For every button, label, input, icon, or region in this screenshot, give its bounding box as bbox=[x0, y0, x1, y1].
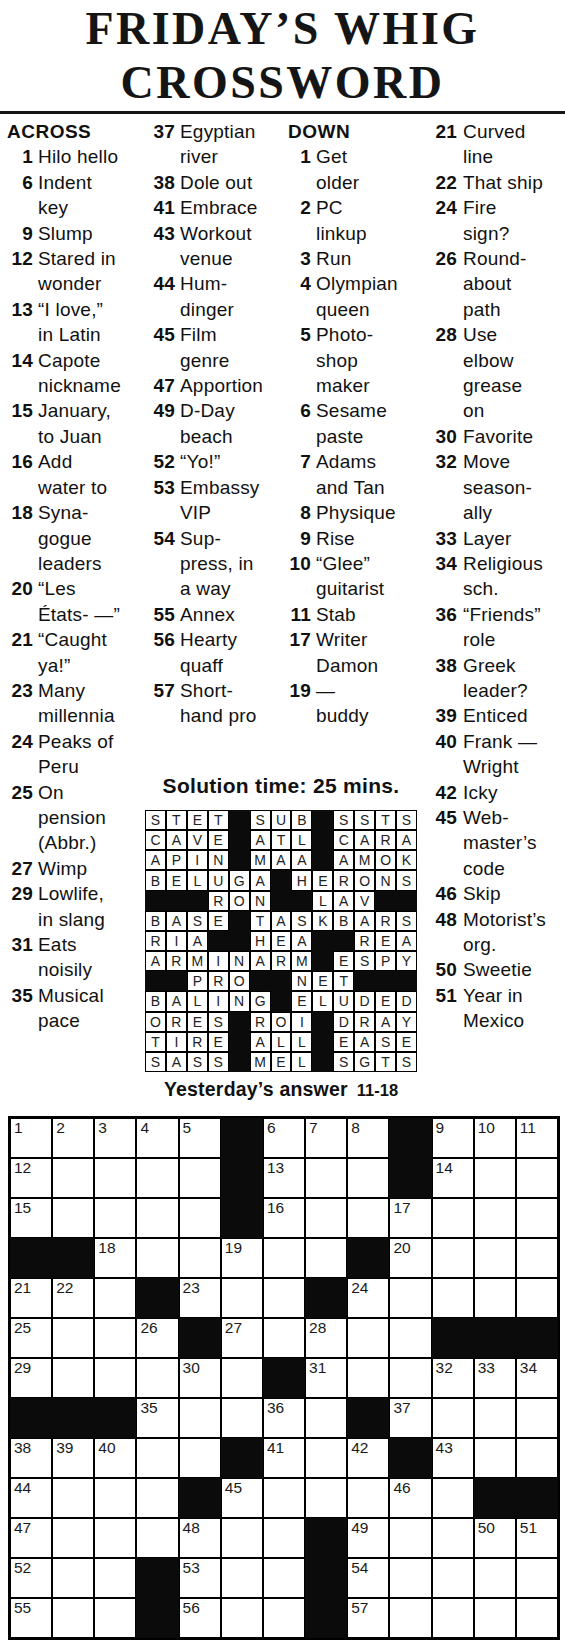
cell-number: 24 bbox=[351, 1280, 368, 1296]
puzzle-cell-r4c6[interactable]: 19 bbox=[221, 1238, 263, 1278]
puzzle-cell-r3c8[interactable] bbox=[305, 1198, 347, 1238]
solution-cell-r4c2: E bbox=[166, 870, 187, 890]
cell-number: 38 bbox=[14, 1440, 31, 1456]
clue-text: Favorite bbox=[463, 424, 564, 449]
puzzle-black-cell bbox=[221, 1438, 263, 1478]
cell-number: 23 bbox=[183, 1280, 200, 1296]
puzzle-black-cell bbox=[221, 1198, 263, 1238]
clue-across-16: 16Add water to bbox=[4, 449, 145, 500]
puzzle-cell-r10c2[interactable] bbox=[52, 1478, 94, 1518]
solution-cell-r11c6: R bbox=[250, 1012, 271, 1032]
solution-black-cell bbox=[271, 971, 292, 991]
cell-number: 33 bbox=[478, 1360, 495, 1376]
solution-cell-r11c1: O bbox=[145, 1012, 166, 1032]
puzzle-cell-r4c4[interactable] bbox=[136, 1238, 178, 1278]
solution-cell-r9c5: O bbox=[229, 971, 250, 991]
puzzle-black-cell bbox=[305, 1518, 347, 1558]
solution-black-cell bbox=[333, 931, 354, 951]
clue-number: 57 bbox=[146, 678, 180, 703]
clue-text: Add water to bbox=[38, 449, 145, 500]
clue-text: “Les États- —” bbox=[38, 576, 145, 627]
puzzle-black-cell bbox=[52, 1398, 94, 1438]
clue-down-32: 32Move season- ally bbox=[421, 449, 564, 525]
solution-cell-r3c6: M bbox=[250, 850, 271, 870]
puzzle-cell-r6c6[interactable]: 27 bbox=[221, 1318, 263, 1358]
puzzle-cell-r3c4[interactable] bbox=[136, 1198, 178, 1238]
cell-number: 14 bbox=[436, 1160, 453, 1176]
puzzle-cell-r10c4[interactable] bbox=[136, 1478, 178, 1518]
clue-number: 44 bbox=[146, 271, 180, 296]
puzzle-cell-r5c12[interactable] bbox=[474, 1278, 516, 1318]
cell-number: 41 bbox=[267, 1440, 284, 1456]
puzzle-cell-r13c13[interactable] bbox=[516, 1598, 558, 1638]
solution-black-cell bbox=[208, 931, 229, 951]
puzzle-cell-r1c2[interactable]: 2 bbox=[52, 1118, 94, 1158]
puzzle-cell-r1c12[interactable]: 10 bbox=[474, 1118, 516, 1158]
clue-number: 47 bbox=[146, 373, 180, 398]
clue-number: 6 bbox=[4, 170, 38, 195]
puzzle-cell-r9c5[interactable] bbox=[179, 1438, 221, 1478]
puzzle-cell-r1c3[interactable]: 3 bbox=[94, 1118, 136, 1158]
puzzle-cell-r10c7[interactable] bbox=[263, 1478, 305, 1518]
clue-across-57: 57Short- hand pro bbox=[146, 678, 279, 729]
puzzle-cell-r11c9[interactable]: 49 bbox=[347, 1518, 389, 1558]
puzzle-cell-r6c2[interactable] bbox=[52, 1318, 94, 1358]
puzzle-cell-r8c12[interactable] bbox=[474, 1398, 516, 1438]
puzzle-cell-r10c3[interactable] bbox=[94, 1478, 136, 1518]
solution-cell-r13c2: A bbox=[166, 1052, 187, 1072]
puzzle-cell-r10c11[interactable] bbox=[432, 1478, 474, 1518]
puzzle-cell-r3c11[interactable] bbox=[432, 1198, 474, 1238]
puzzle-cell-r12c2[interactable] bbox=[52, 1558, 94, 1598]
cell-number: 55 bbox=[14, 1600, 31, 1616]
solution-cell-r10c3: L bbox=[187, 991, 208, 1011]
puzzle-cell-r8c8[interactable] bbox=[305, 1398, 347, 1438]
solution-cell-r5c4: R bbox=[208, 891, 229, 911]
solution-cell-r4c4: U bbox=[208, 870, 229, 890]
solution-cell-r7c2: I bbox=[166, 931, 187, 951]
cell-number: 16 bbox=[267, 1200, 284, 1216]
puzzle-cell-r12c12[interactable] bbox=[474, 1558, 516, 1598]
solution-black-cell bbox=[312, 850, 333, 870]
clue-text: — buddy bbox=[316, 678, 420, 729]
cell-number: 32 bbox=[436, 1360, 453, 1376]
solution-cell-r4c5: G bbox=[229, 870, 250, 890]
clue-number: 40 bbox=[421, 729, 463, 754]
solution-cell-r8c5: N bbox=[229, 951, 250, 971]
clue-text: Motorist’s org. bbox=[463, 907, 564, 958]
solution-black-cell bbox=[229, 810, 250, 830]
puzzle-cell-r2c7[interactable]: 13 bbox=[263, 1158, 305, 1198]
puzzle-black-cell bbox=[516, 1318, 558, 1358]
clue-down-3: 3Run bbox=[280, 246, 420, 271]
puzzle-cell-r6c10[interactable] bbox=[389, 1318, 431, 1358]
puzzle-cell-r12c9[interactable]: 54 bbox=[347, 1558, 389, 1598]
puzzle-cell-r2c1[interactable]: 12 bbox=[10, 1158, 52, 1198]
puzzle-cell-r3c10[interactable]: 17 bbox=[389, 1198, 431, 1238]
puzzle-cell-r3c3[interactable] bbox=[94, 1198, 136, 1238]
clue-text: “Friends” role bbox=[463, 602, 564, 653]
cell-number: 49 bbox=[351, 1520, 368, 1536]
cell-number: 53 bbox=[183, 1560, 200, 1576]
puzzle-cell-r3c13[interactable] bbox=[516, 1198, 558, 1238]
puzzle-cell-r13c11[interactable] bbox=[432, 1598, 474, 1638]
puzzle-cell-r11c1[interactable]: 47 bbox=[10, 1518, 52, 1558]
puzzle-cell-r8c10[interactable]: 37 bbox=[389, 1398, 431, 1438]
puzzle-cell-r3c5[interactable] bbox=[179, 1198, 221, 1238]
puzzle-cell-r4c11[interactable] bbox=[432, 1238, 474, 1278]
clue-number: 6 bbox=[280, 398, 316, 423]
solution-cell-r1c8: B bbox=[291, 810, 312, 830]
puzzle-cell-r8c11[interactable] bbox=[432, 1398, 474, 1438]
puzzle-cell-r8c7[interactable]: 36 bbox=[263, 1398, 305, 1438]
solution-cell-r7c8: A bbox=[291, 931, 312, 951]
puzzle-cell-r1c8[interactable]: 7 bbox=[305, 1118, 347, 1158]
puzzle-cell-r2c12[interactable] bbox=[474, 1158, 516, 1198]
puzzle-cell-r1c5[interactable]: 5 bbox=[179, 1118, 221, 1158]
cell-number: 45 bbox=[225, 1480, 242, 1496]
puzzle-cell-r8c4[interactable]: 35 bbox=[136, 1398, 178, 1438]
puzzle-cell-r5c13[interactable] bbox=[516, 1278, 558, 1318]
puzzle-cell-r10c10[interactable]: 46 bbox=[389, 1478, 431, 1518]
puzzle-cell-r4c3[interactable]: 18 bbox=[94, 1238, 136, 1278]
solution-cell-r8c11: S bbox=[354, 951, 375, 971]
puzzle-cell-r4c13[interactable] bbox=[516, 1238, 558, 1278]
puzzle-cell-r9c12[interactable] bbox=[474, 1438, 516, 1478]
puzzle-cell-r4c10[interactable]: 20 bbox=[389, 1238, 431, 1278]
clue-across-41: 41Embrace bbox=[146, 195, 279, 220]
puzzle-cell-r9c1[interactable]: 38 bbox=[10, 1438, 52, 1478]
puzzle-cell-r9c4[interactable] bbox=[136, 1438, 178, 1478]
clue-down-2: 2PC linkup bbox=[280, 195, 420, 246]
clue-text: Hilo hello bbox=[38, 144, 145, 169]
cell-number: 22 bbox=[56, 1280, 73, 1296]
puzzle-cell-r5c2[interactable]: 22 bbox=[52, 1278, 94, 1318]
puzzle-cell-r13c6[interactable] bbox=[221, 1598, 263, 1638]
puzzle-cell-r8c5[interactable] bbox=[179, 1398, 221, 1438]
puzzle-cell-r11c2[interactable] bbox=[52, 1518, 94, 1558]
solution-cell-r10c8: E bbox=[291, 991, 312, 1011]
puzzle-cell-r5c9[interactable]: 24 bbox=[347, 1278, 389, 1318]
puzzle-cell-r11c11[interactable] bbox=[432, 1518, 474, 1558]
clue-text: Dole out bbox=[180, 170, 279, 195]
puzzle-cell-r7c4[interactable] bbox=[136, 1358, 178, 1398]
puzzle-black-cell bbox=[52, 1238, 94, 1278]
puzzle-cell-r2c11[interactable]: 14 bbox=[432, 1158, 474, 1198]
puzzle-cell-r3c1[interactable]: 15 bbox=[10, 1198, 52, 1238]
puzzle-cell-r12c5[interactable]: 53 bbox=[179, 1558, 221, 1598]
puzzle-cell-r13c2[interactable] bbox=[52, 1598, 94, 1638]
clue-down-1: 1Get older bbox=[280, 144, 420, 195]
puzzle-cell-r13c9[interactable]: 57 bbox=[347, 1598, 389, 1638]
solution-cell-r5c10: A bbox=[333, 891, 354, 911]
solution-cell-r9c9: E bbox=[312, 971, 333, 991]
solution-cell-r12c7: L bbox=[271, 1032, 292, 1052]
solution-cell-r2c3: V bbox=[187, 830, 208, 850]
solution-cell-r11c3: E bbox=[187, 1012, 208, 1032]
puzzle-cell-r1c7[interactable]: 6 bbox=[263, 1118, 305, 1158]
solution-cell-r3c3: I bbox=[187, 850, 208, 870]
clue-text: Embassy VIP bbox=[180, 475, 279, 526]
puzzle-black-cell bbox=[221, 1158, 263, 1198]
solution-cell-r4c3: L bbox=[187, 870, 208, 890]
puzzle-cell-r11c12[interactable]: 50 bbox=[474, 1518, 516, 1558]
solution-cell-r1c3: E bbox=[187, 810, 208, 830]
puzzle-cell-r7c11[interactable]: 32 bbox=[432, 1358, 474, 1398]
clue-number: 30 bbox=[421, 424, 463, 449]
clue-number: 20 bbox=[4, 576, 38, 601]
puzzle-cell-r12c11[interactable] bbox=[432, 1558, 474, 1598]
puzzle-cell-r2c5[interactable] bbox=[179, 1158, 221, 1198]
puzzle-cell-r4c7[interactable] bbox=[263, 1238, 305, 1278]
solution-black-cell bbox=[396, 971, 417, 991]
clue-across-15: 15January, to Juan bbox=[4, 398, 145, 449]
puzzle-cell-r7c12[interactable]: 33 bbox=[474, 1358, 516, 1398]
cell-number: 6 bbox=[267, 1120, 276, 1136]
puzzle-cell-r8c6[interactable] bbox=[221, 1398, 263, 1438]
puzzle-cell-r3c2[interactable] bbox=[52, 1198, 94, 1238]
solution-cell-r9c8: N bbox=[291, 971, 312, 991]
clue-number: 54 bbox=[146, 526, 180, 551]
clue-text: Lowlife, in slang bbox=[38, 881, 145, 932]
solution-black-cell bbox=[396, 891, 417, 911]
puzzle-cell-r10c9[interactable] bbox=[347, 1478, 389, 1518]
puzzle-cell-r7c10[interactable] bbox=[389, 1358, 431, 1398]
puzzle-cell-r7c9[interactable] bbox=[347, 1358, 389, 1398]
puzzle-cell-r6c4[interactable]: 26 bbox=[136, 1318, 178, 1358]
puzzle-cell-r12c3[interactable] bbox=[94, 1558, 136, 1598]
clue-down-22: 22That ship bbox=[421, 170, 564, 195]
clue-number: 51 bbox=[421, 983, 463, 1008]
puzzle-cell-r12c7[interactable] bbox=[263, 1558, 305, 1598]
cell-number: 40 bbox=[98, 1440, 115, 1456]
clue-number: 46 bbox=[421, 881, 463, 906]
puzzle-cell-r2c2[interactable] bbox=[52, 1158, 94, 1198]
clue-down-34: 34Religious sch. bbox=[421, 551, 564, 602]
puzzle-cell-r5c3[interactable] bbox=[94, 1278, 136, 1318]
puzzle-cell-r2c4[interactable] bbox=[136, 1158, 178, 1198]
puzzle-cell-r13c12[interactable] bbox=[474, 1598, 516, 1638]
puzzle-cell-r6c3[interactable] bbox=[94, 1318, 136, 1358]
cell-number: 3 bbox=[98, 1120, 107, 1136]
puzzle-cell-r12c10[interactable] bbox=[389, 1558, 431, 1598]
puzzle-cell-r4c5[interactable] bbox=[179, 1238, 221, 1278]
puzzle-cell-r11c5[interactable]: 48 bbox=[179, 1518, 221, 1558]
solution-black-cell bbox=[229, 911, 250, 931]
puzzle-cell-r9c13[interactable] bbox=[516, 1438, 558, 1478]
puzzle-cell-r7c1[interactable]: 29 bbox=[10, 1358, 52, 1398]
puzzle-cell-r11c13[interactable]: 51 bbox=[516, 1518, 558, 1558]
solution-cell-r2c6: A bbox=[250, 830, 271, 850]
solution-cell-r3c4: N bbox=[208, 850, 229, 870]
solution-cell-r5c9: L bbox=[312, 891, 333, 911]
puzzle-cell-r11c3[interactable] bbox=[94, 1518, 136, 1558]
puzzle-cell-r9c8[interactable] bbox=[305, 1438, 347, 1478]
puzzle-cell-r13c7[interactable] bbox=[263, 1598, 305, 1638]
puzzle-cell-r12c13[interactable] bbox=[516, 1558, 558, 1598]
cell-number: 21 bbox=[14, 1280, 31, 1296]
solution-cell-r4c1: B bbox=[145, 870, 166, 890]
puzzle-cell-r7c2[interactable] bbox=[52, 1358, 94, 1398]
clue-text: Musical pace bbox=[38, 983, 145, 1034]
clue-down-24: 24Fire sign? bbox=[421, 195, 564, 246]
clue-number: 42 bbox=[421, 780, 463, 805]
puzzle-cell-r13c1[interactable]: 55 bbox=[10, 1598, 52, 1638]
clue-text: Round- about path bbox=[463, 246, 564, 322]
clue-text: Capote nickname bbox=[38, 348, 145, 399]
clue-across-43: 43Workout venue bbox=[146, 221, 279, 272]
clue-down-9: 9Rise bbox=[280, 526, 420, 551]
puzzle-cell-r11c10[interactable] bbox=[389, 1518, 431, 1558]
puzzle-black-cell bbox=[136, 1278, 178, 1318]
clue-text: Use elbow grease on bbox=[463, 322, 564, 424]
puzzle-cell-r13c3[interactable] bbox=[94, 1598, 136, 1638]
puzzle-cell-r5c1[interactable]: 21 bbox=[10, 1278, 52, 1318]
puzzle-cell-r2c3[interactable] bbox=[94, 1158, 136, 1198]
puzzle-cell-r6c8[interactable]: 28 bbox=[305, 1318, 347, 1358]
clue-number: 37 bbox=[146, 119, 180, 144]
puzzle-black-cell bbox=[305, 1558, 347, 1598]
puzzle-cell-r1c11[interactable]: 9 bbox=[432, 1118, 474, 1158]
puzzle-cell-r9c3[interactable]: 40 bbox=[94, 1438, 136, 1478]
puzzle-cell-r12c1[interactable]: 52 bbox=[10, 1558, 52, 1598]
puzzle-cell-r9c7[interactable]: 41 bbox=[263, 1438, 305, 1478]
puzzle-cell-r13c5[interactable]: 56 bbox=[179, 1598, 221, 1638]
clue-number: 22 bbox=[421, 170, 463, 195]
solution-black-cell bbox=[354, 971, 375, 991]
puzzle-black-cell bbox=[263, 1358, 305, 1398]
puzzle-cell-r4c8[interactable] bbox=[305, 1238, 347, 1278]
solution-black-cell bbox=[250, 971, 271, 991]
clue-down-50: 50Sweetie bbox=[421, 957, 564, 982]
puzzle-cell-r11c4[interactable] bbox=[136, 1518, 178, 1558]
clue-text: Workout venue bbox=[180, 221, 279, 272]
solution-cell-r6c6: T bbox=[250, 911, 271, 931]
puzzle-cell-r7c6[interactable] bbox=[221, 1358, 263, 1398]
solution-cell-r13c11: G bbox=[354, 1052, 375, 1072]
puzzle-cell-r4c12[interactable] bbox=[474, 1238, 516, 1278]
puzzle-cell-r1c1[interactable]: 1 bbox=[10, 1118, 52, 1158]
solution-black-cell bbox=[312, 830, 333, 850]
puzzle-cell-r11c6[interactable] bbox=[221, 1518, 263, 1558]
puzzle-cell-r1c13[interactable]: 11 bbox=[516, 1118, 558, 1158]
clue-text: Get older bbox=[316, 144, 420, 195]
cell-number: 27 bbox=[225, 1320, 242, 1336]
puzzle-cell-r7c3[interactable] bbox=[94, 1358, 136, 1398]
puzzle-cell-r2c9[interactable] bbox=[347, 1158, 389, 1198]
puzzle-cell-r5c7[interactable] bbox=[263, 1278, 305, 1318]
puzzle-cell-r1c9[interactable]: 8 bbox=[347, 1118, 389, 1158]
puzzle-cell-r2c13[interactable] bbox=[516, 1158, 558, 1198]
puzzle-cell-r6c1[interactable]: 25 bbox=[10, 1318, 52, 1358]
clue-across-37: 37Egyptian river bbox=[146, 119, 279, 170]
solution-black-cell bbox=[166, 891, 187, 911]
page-title: FRIDAY’S WHIG CROSSWORD bbox=[0, 2, 565, 110]
puzzle-cell-r1c4[interactable]: 4 bbox=[136, 1118, 178, 1158]
puzzle-cell-r10c8[interactable] bbox=[305, 1478, 347, 1518]
cell-number: 25 bbox=[14, 1320, 31, 1336]
puzzle-cell-r9c2[interactable]: 39 bbox=[52, 1438, 94, 1478]
down-header: DOWN bbox=[280, 119, 420, 144]
puzzle-cell-r5c6[interactable] bbox=[221, 1278, 263, 1318]
solution-cell-r3c1: A bbox=[145, 850, 166, 870]
clue-down-17: 17Writer Damon bbox=[280, 627, 420, 678]
solution-cell-r12c11: A bbox=[354, 1032, 375, 1052]
puzzle-cell-r3c12[interactable] bbox=[474, 1198, 516, 1238]
puzzle-cell-r7c13[interactable]: 34 bbox=[516, 1358, 558, 1398]
clue-text: Enticed bbox=[463, 703, 564, 728]
puzzle-cell-r2c8[interactable] bbox=[305, 1158, 347, 1198]
puzzle-cell-r9c11[interactable]: 43 bbox=[432, 1438, 474, 1478]
clue-text: Adams and Tan bbox=[316, 449, 420, 500]
solution-black-cell bbox=[229, 1012, 250, 1032]
clue-text: Icky bbox=[463, 780, 564, 805]
clue-text: Photo- shop maker bbox=[316, 322, 420, 398]
cell-number: 17 bbox=[393, 1200, 410, 1216]
across-header: ACROSS bbox=[4, 119, 145, 144]
puzzle-cell-r3c9[interactable] bbox=[347, 1198, 389, 1238]
solution-cell-r5c5: O bbox=[229, 891, 250, 911]
solution-black-cell bbox=[312, 1052, 333, 1072]
clue-text: Physique bbox=[316, 500, 420, 525]
clue-across-25: 25On pension (Abbr.) bbox=[4, 780, 145, 856]
clue-text: Sup- press, in a way bbox=[180, 526, 279, 602]
clue-number: 19 bbox=[280, 678, 316, 703]
clue-down-48: 48Motorist’s org. bbox=[421, 907, 564, 958]
solution-cell-r10c12: E bbox=[375, 991, 396, 1011]
clue-text: “Caught ya!” bbox=[38, 627, 145, 678]
puzzle-cell-r10c1[interactable]: 44 bbox=[10, 1478, 52, 1518]
clue-text: Annex bbox=[180, 602, 279, 627]
clue-number: 9 bbox=[280, 526, 316, 551]
puzzle-cell-r6c9[interactable] bbox=[347, 1318, 389, 1358]
clue-number: 11 bbox=[280, 602, 316, 627]
solution-cell-r8c2: R bbox=[166, 951, 187, 971]
clue-text: PC linkup bbox=[316, 195, 420, 246]
puzzle-cell-r9c9[interactable]: 42 bbox=[347, 1438, 389, 1478]
solution-black-cell bbox=[312, 951, 333, 971]
puzzle-cell-r5c5[interactable]: 23 bbox=[179, 1278, 221, 1318]
clue-number: 48 bbox=[421, 907, 463, 932]
puzzle-cell-r3c7[interactable]: 16 bbox=[263, 1198, 305, 1238]
clue-number: 25 bbox=[4, 780, 38, 805]
solution-cell-r2c1: C bbox=[145, 830, 166, 850]
clue-text: Fire sign? bbox=[463, 195, 564, 246]
puzzle-cell-r10c6[interactable]: 45 bbox=[221, 1478, 263, 1518]
puzzle-cell-r5c10[interactable] bbox=[389, 1278, 431, 1318]
cell-number: 9 bbox=[436, 1120, 445, 1136]
solution-cell-r13c13: S bbox=[396, 1052, 417, 1072]
puzzle-cell-r5c11[interactable] bbox=[432, 1278, 474, 1318]
puzzle-cell-r11c7[interactable] bbox=[263, 1518, 305, 1558]
clue-text: Stab bbox=[316, 602, 420, 627]
puzzle-cell-r12c6[interactable] bbox=[221, 1558, 263, 1598]
puzzle-cell-r7c8[interactable]: 31 bbox=[305, 1358, 347, 1398]
cell-number: 57 bbox=[351, 1600, 368, 1616]
clue-text: Layer bbox=[463, 526, 564, 551]
puzzle-cell-r7c5[interactable]: 30 bbox=[179, 1358, 221, 1398]
puzzle-black-cell bbox=[305, 1598, 347, 1638]
clue-text: Year in Mexico bbox=[463, 983, 564, 1034]
solution-cell-r7c11: R bbox=[354, 931, 375, 951]
clue-text: Sesame paste bbox=[316, 398, 420, 449]
solution-black-cell bbox=[271, 870, 292, 890]
clue-across-44: 44Hum- dinger bbox=[146, 271, 279, 322]
puzzle-cell-r13c10[interactable] bbox=[389, 1598, 431, 1638]
puzzle-cell-r6c7[interactable] bbox=[263, 1318, 305, 1358]
puzzle-cell-r8c13[interactable] bbox=[516, 1398, 558, 1438]
solution-cell-r2c11: A bbox=[354, 830, 375, 850]
